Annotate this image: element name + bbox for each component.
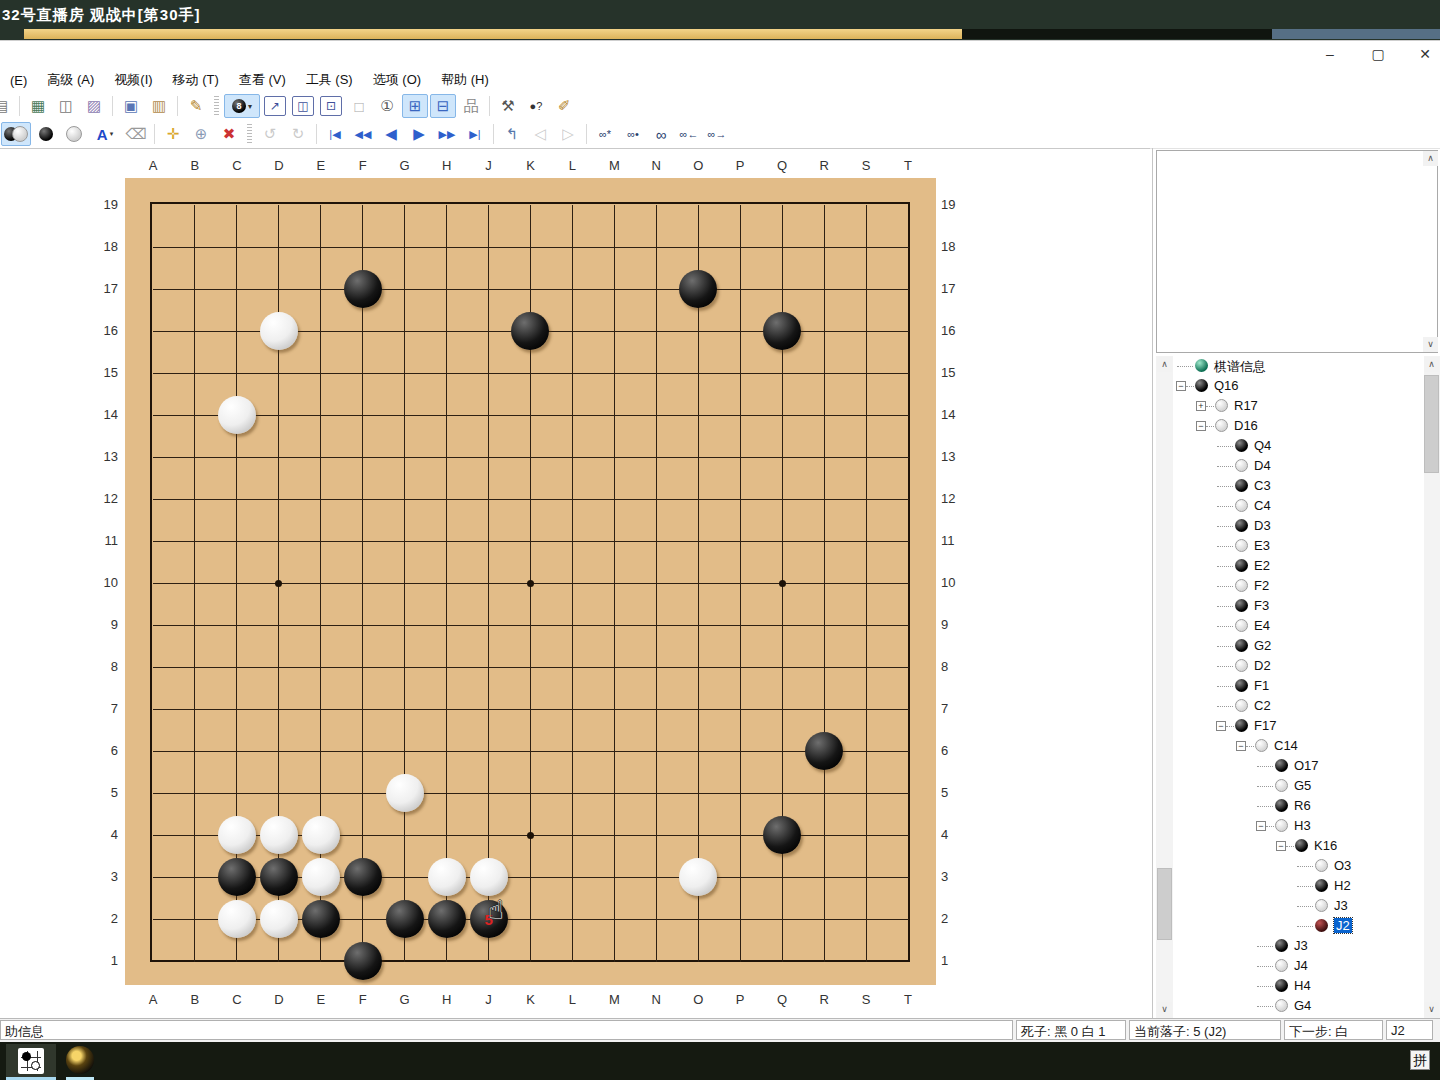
progress-gold-bar <box>24 29 962 39</box>
tree-node-Q16[interactable]: −Q16 <box>1155 376 1440 396</box>
tree-stone-icon <box>1235 659 1248 672</box>
tree-stone-icon <box>1275 819 1288 832</box>
next-branch-icon[interactable]: ▷ <box>555 122 581 146</box>
window-title-bar: - MultiGo <box>0 40 1440 69</box>
tree-node-G4[interactable]: G4 <box>1155 996 1440 1016</box>
tree-node-label[interactable]: O3 <box>1334 858 1351 873</box>
print-icon[interactable]: ▦ <box>25 94 51 118</box>
tree-node-label[interactable]: E3 <box>1254 538 1270 553</box>
toolbar-handle[interactable] <box>247 124 252 144</box>
tree-stone-icon <box>1275 959 1288 972</box>
paste-icon[interactable]: ▥ <box>146 94 172 118</box>
tree-node-O17[interactable]: O17 <box>1155 756 1440 776</box>
tree-node-E3[interactable]: E3 <box>1155 536 1440 556</box>
goban-app-icon <box>18 1048 44 1074</box>
tree-node-label[interactable]: G5 <box>1294 778 1311 793</box>
tree-node-label[interactable]: K16 <box>1314 838 1337 853</box>
tree-node-label[interactable]: D4 <box>1254 458 1271 473</box>
collapse-icon[interactable]: − <box>1276 841 1286 851</box>
fast-back-icon[interactable]: ◀◀ <box>350 122 376 146</box>
tree-node-H2[interactable]: H2 <box>1155 876 1440 896</box>
insert-node-icon[interactable]: ⊕ <box>188 122 214 146</box>
expand-icon[interactable]: + <box>1196 401 1206 411</box>
collapse-icon[interactable]: − <box>1256 821 1266 831</box>
prev-branch-icon[interactable]: ◁ <box>527 122 553 146</box>
tree-view-alt-icon[interactable]: ⊟ <box>430 94 456 118</box>
tree-scroll-right-down-icon[interactable]: ∨ <box>1424 1002 1439 1017</box>
tree-node-E4[interactable]: E4 <box>1155 616 1440 636</box>
branch-up-icon[interactable]: ↰ <box>499 122 525 146</box>
tree-node-label[interactable]: J3 <box>1334 898 1348 913</box>
tree-view-icon[interactable]: ⊞ <box>402 94 428 118</box>
tree-stone-icon <box>1315 899 1328 912</box>
tree-node-label[interactable]: J2 <box>1334 918 1352 933</box>
tree-node-G2[interactable]: G2 <box>1155 636 1440 656</box>
tree-stone-icon <box>1315 879 1328 892</box>
ime-indicator[interactable]: 拼 <box>1410 1050 1430 1070</box>
tree-scroll-right-up-icon[interactable]: ∧ <box>1424 357 1439 372</box>
tree-node-F2[interactable]: F2 <box>1155 576 1440 596</box>
status-next-turn: 下一步: 白 <box>1284 1020 1383 1040</box>
tree-node-label[interactable]: R6 <box>1294 798 1311 813</box>
toolbar-separator <box>316 124 317 144</box>
tree-node-label[interactable]: H2 <box>1334 878 1351 893</box>
tree-stone-icon <box>1215 419 1228 432</box>
tree-stone-icon <box>1235 579 1248 592</box>
find-prev-icon[interactable]: ∞← <box>676 122 702 146</box>
collapse-icon[interactable]: − <box>1176 381 1186 391</box>
tree-node-label[interactable]: R17 <box>1234 398 1258 413</box>
tree-stone-icon <box>1235 679 1248 692</box>
open-new-window-icon[interactable]: ↗ <box>264 96 286 116</box>
minimize-button[interactable]: – <box>1315 44 1345 64</box>
save-icon[interactable]: ▤ <box>0 94 14 118</box>
tree-node-label[interactable]: J4 <box>1294 958 1308 973</box>
menu-item-4[interactable]: 查看 (V) <box>229 68 296 92</box>
tree-node-label[interactable]: O17 <box>1294 758 1319 773</box>
menu-item-6[interactable]: 选项 (O) <box>363 68 431 92</box>
tree-node-J4[interactable]: J4 <box>1155 956 1440 976</box>
tree-scroll-down-icon[interactable]: ∨ <box>1157 1002 1172 1017</box>
toolbar-separator <box>493 124 494 144</box>
tree-scrollbar-thumb[interactable] <box>1157 868 1172 940</box>
annotation-letter-icon[interactable]: A▾ <box>89 122 121 146</box>
tree-stone-icon <box>1235 459 1248 472</box>
back-icon[interactable]: ◀ <box>378 122 404 146</box>
tree-node-label[interactable]: H3 <box>1294 818 1311 833</box>
toolbar-separator <box>586 124 587 144</box>
collapse-icon[interactable]: − <box>1236 741 1246 751</box>
tree-stone-icon <box>1275 779 1288 792</box>
menu-item-1[interactable]: 高级 (A) <box>37 68 104 92</box>
progress-slate-bar <box>1272 29 1440 39</box>
tree-node-label[interactable]: Q16 <box>1214 378 1239 393</box>
tree-node-J3[interactable]: J3 <box>1155 936 1440 956</box>
tree-node-C2[interactable]: C2 <box>1155 696 1440 716</box>
tree-node-label[interactable]: J3 <box>1294 938 1308 953</box>
first-move-icon[interactable]: |◀ <box>322 122 348 146</box>
board-split-view-icon[interactable]: ◫ <box>292 96 314 116</box>
collapse-icon[interactable]: − <box>1216 721 1226 731</box>
status-captures: 死子: 黑 0 白 1 <box>1016 1020 1126 1040</box>
menu-item-7[interactable]: 帮助 (H) <box>431 68 499 92</box>
comment-scroll-up-icon[interactable]: ∧ <box>1423 151 1438 166</box>
delete-node-icon[interactable]: ✖ <box>216 122 242 146</box>
toolbar-separator <box>154 124 155 144</box>
copy-icon[interactable]: ▣ <box>118 94 144 118</box>
tree-node-label[interactable]: C4 <box>1254 498 1271 513</box>
tree-node-label[interactable]: C3 <box>1254 478 1271 493</box>
tree-node-J3[interactable]: J3 <box>1155 896 1440 916</box>
find-mark-icon[interactable]: ∞* <box>592 122 618 146</box>
menu-item-0[interactable]: (E) <box>0 70 37 91</box>
tree-stone-icon <box>1235 519 1248 532</box>
tree-node-label[interactable]: C2 <box>1254 698 1271 713</box>
fast-forward-icon[interactable]: ▶▶ <box>434 122 460 146</box>
tree-node-R17[interactable]: +R17 <box>1155 396 1440 416</box>
tree-node-D16[interactable]: −D16 <box>1155 416 1440 436</box>
tree-node-J2[interactable]: J2 <box>1155 916 1440 936</box>
tree-stone-icon <box>1195 379 1208 392</box>
tree-stone-icon <box>1275 979 1288 992</box>
tree-stone-icon <box>1235 599 1248 612</box>
export-image-icon[interactable]: ▨ <box>81 94 107 118</box>
menu-item-5[interactable]: 工具 (S) <box>296 68 363 92</box>
taskbar <box>0 1042 1440 1080</box>
tree-node-D2[interactable]: D2 <box>1155 656 1440 676</box>
forward-icon[interactable]: ▶ <box>406 122 432 146</box>
tree-node-C3[interactable]: C3 <box>1155 476 1440 496</box>
show-move-number-icon[interactable]: ① <box>374 94 400 118</box>
toolbar-handle[interactable] <box>214 96 219 116</box>
tree-stone-icon <box>1235 699 1248 712</box>
tree-node-F1[interactable]: F1 <box>1155 676 1440 696</box>
tree-node-G5[interactable]: G5 <box>1155 776 1440 796</box>
tree-stone-icon <box>1275 799 1288 812</box>
tree-node-label[interactable]: 棋谱信息 <box>1214 358 1266 376</box>
tree-stone-icon <box>1315 859 1328 872</box>
tree-stone-icon <box>1215 399 1228 412</box>
tree-node-label[interactable]: F3 <box>1254 598 1269 613</box>
tree-node-label[interactable]: H4 <box>1294 978 1311 993</box>
tree-stone-icon <box>1275 759 1288 772</box>
tree-node-D3[interactable]: D3 <box>1155 516 1440 536</box>
tree-node-H4[interactable]: H4 <box>1155 976 1440 996</box>
tree-node-R6[interactable]: R6 <box>1155 796 1440 816</box>
tree-scrollbar-right-thumb[interactable] <box>1424 375 1439 473</box>
tree-node-label[interactable]: E2 <box>1254 558 1270 573</box>
progress-dark-bar <box>962 29 1272 39</box>
eraser-icon[interactable]: ⌫ <box>123 122 149 146</box>
tree-stone-icon <box>1195 359 1208 372</box>
find-point-icon[interactable]: ∞• <box>620 122 646 146</box>
tree-node-label[interactable]: E4 <box>1254 618 1270 633</box>
status-current-move: 当前落子: 5 (J2) <box>1129 1020 1281 1040</box>
tree-stone-icon <box>1235 639 1248 652</box>
stone-help-icon[interactable]: ●? <box>523 94 549 118</box>
goban-border <box>150 202 910 962</box>
org-chart-icon[interactable]: 品 <box>458 94 484 118</box>
status-coord: J2 <box>1386 1020 1433 1040</box>
rotate-left-icon[interactable]: ↺ <box>257 122 283 146</box>
comment-scroll-down-icon[interactable]: ∨ <box>1423 337 1438 352</box>
taskbar-media-app-icon[interactable] <box>66 1046 94 1074</box>
menu-bar: (E)高级 (A)视频(I)移动 (T)查看 (V)工具 (S)选项 (O)帮助… <box>0 68 1440 92</box>
toolbar-main: ▤▦◫▨▣▥✎8▾↗◫⊡□①⊞⊟品⚒●?✐ <box>0 92 1440 120</box>
tree-node-D4[interactable]: D4 <box>1155 456 1440 476</box>
tree-stone-icon <box>1275 939 1288 952</box>
black-stone-icon[interactable] <box>33 122 59 146</box>
tree-node-label[interactable]: D2 <box>1254 658 1271 673</box>
find-icon[interactable]: ∞ <box>648 122 674 146</box>
print-preview-icon[interactable]: ◫ <box>53 94 79 118</box>
tree-node-label[interactable]: F17 <box>1254 718 1276 733</box>
tree-stone-icon <box>1275 999 1288 1012</box>
tree-node-棋谱信息[interactable]: 棋谱信息 <box>1155 356 1440 376</box>
tree-stone-icon <box>1235 719 1248 732</box>
toolbar-separator <box>112 96 113 116</box>
board-bottom-view-icon[interactable]: ⊡ <box>320 96 342 116</box>
tree-stone-icon <box>1235 539 1248 552</box>
status-help-info: 助信息 <box>0 1020 1013 1040</box>
last-move-icon[interactable]: ▶| <box>462 122 488 146</box>
tree-node-label[interactable]: C14 <box>1274 738 1298 753</box>
tree-node-label[interactable]: G4 <box>1294 998 1311 1013</box>
menu-item-3[interactable]: 移动 (T) <box>163 68 229 92</box>
find-next-icon[interactable]: ∞→ <box>704 122 730 146</box>
toolbar-separator <box>19 96 20 116</box>
toolbar-separator <box>177 96 178 116</box>
tools-icon[interactable]: ⚒ <box>495 94 521 118</box>
tree-node-label[interactable]: G2 <box>1254 638 1271 653</box>
tree-node-O3[interactable]: O3 <box>1155 856 1440 876</box>
panel-divider <box>1152 148 1153 1018</box>
tree-stone-icon <box>1235 559 1248 572</box>
tree-node-label[interactable]: F2 <box>1254 578 1269 593</box>
tree-node-K16[interactable]: −K16 <box>1155 836 1440 856</box>
toolbar-navigation: A▾⌫✛⊕✖↺↻|◀◀◀◀▶▶▶▶|↰◁▷∞*∞•∞∞←∞→ <box>0 120 1440 149</box>
tree-node-label[interactable]: D16 <box>1234 418 1258 433</box>
white-stone-icon[interactable] <box>61 122 87 146</box>
tree-node-H3[interactable]: −H3 <box>1155 816 1440 836</box>
brush-icon[interactable]: ✐ <box>551 94 577 118</box>
tree-node-F17[interactable]: −F17 <box>1155 716 1440 736</box>
stream-title: 32号直播房 观战中[第30手] <box>2 6 201 25</box>
rotate-right-icon[interactable]: ↻ <box>285 122 311 146</box>
tree-node-label[interactable]: Q4 <box>1254 438 1271 453</box>
taskbar-multigo-button[interactable] <box>6 1044 56 1077</box>
tree-node-C14[interactable]: −C14 <box>1155 736 1440 756</box>
tree-stone-icon <box>1315 919 1328 932</box>
move-number-stone-dropdown[interactable]: 8▾ <box>224 94 260 118</box>
tree-node-label[interactable]: F1 <box>1254 678 1269 693</box>
pan-hand-icon[interactable]: ✛ <box>160 122 186 146</box>
board-plain-view-icon[interactable]: □ <box>346 94 372 118</box>
tree-stone-icon <box>1235 479 1248 492</box>
menu-item-2[interactable]: 视频(I) <box>104 68 162 92</box>
collapse-icon[interactable]: − <box>1196 421 1206 431</box>
properties-icon[interactable]: ✎ <box>183 94 209 118</box>
maximize-button[interactable]: ▢ <box>1363 44 1393 64</box>
alternate-stones-icon[interactable] <box>1 122 31 146</box>
tree-stone-icon <box>1255 739 1268 752</box>
comment-panel[interactable] <box>1156 150 1438 353</box>
tree-node-label[interactable]: D3 <box>1254 518 1271 533</box>
tree-node-Q4[interactable]: Q4 <box>1155 436 1440 456</box>
tree-stone-icon <box>1235 499 1248 512</box>
tree-scroll-up-icon[interactable]: ∧ <box>1157 357 1172 372</box>
tree-stone-icon <box>1235 619 1248 632</box>
tree-node-F3[interactable]: F3 <box>1155 596 1440 616</box>
tree-node-E2[interactable]: E2 <box>1155 556 1440 576</box>
toolbar-separator <box>489 96 490 116</box>
tree-node-C4[interactable]: C4 <box>1155 496 1440 516</box>
game-tree-panel: 棋谱信息−Q16+R17−D16Q4D4C3C4D3E3E2F2F3E4G2D2… <box>1155 356 1440 1018</box>
close-button[interactable]: ✕ <box>1410 44 1440 64</box>
tree-stone-icon <box>1235 439 1248 452</box>
tree-stone-icon <box>1295 839 1308 852</box>
